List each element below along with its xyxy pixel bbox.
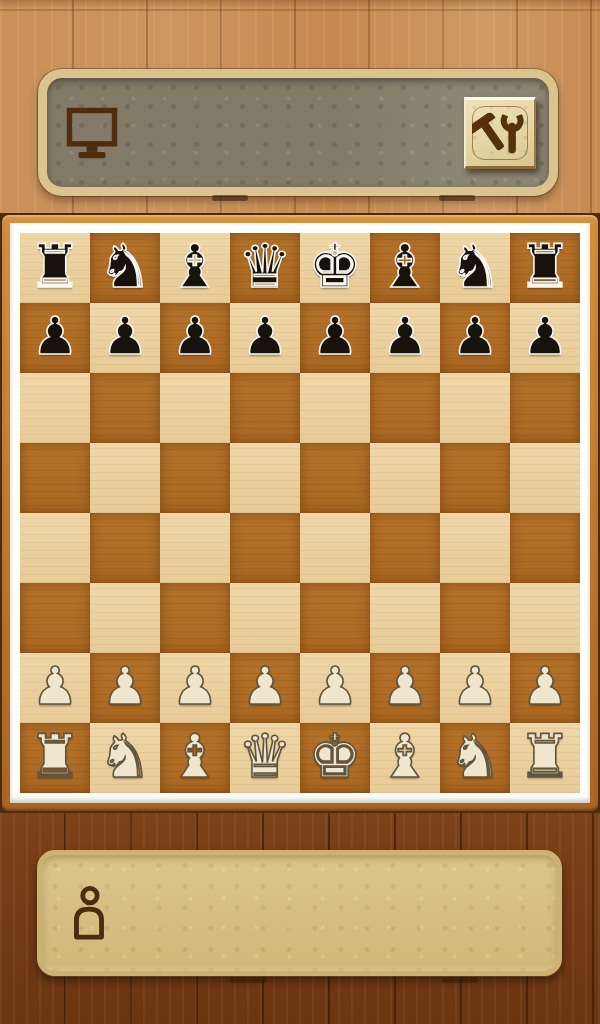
- white-pawn: ♟: [452, 660, 499, 712]
- square-b5[interactable]: [90, 443, 160, 513]
- player-bar: [37, 850, 562, 976]
- square-e8[interactable]: ♚: [300, 233, 370, 303]
- square-e4[interactable]: [300, 513, 370, 583]
- square-e5[interactable]: [300, 443, 370, 513]
- square-h3[interactable]: [510, 583, 580, 653]
- black-pawn: ♟: [382, 310, 429, 362]
- square-c1[interactable]: ♝: [160, 723, 230, 793]
- square-d1[interactable]: ♛: [230, 723, 300, 793]
- white-queen: ♛: [238, 726, 292, 786]
- square-f6[interactable]: [370, 373, 440, 443]
- square-h7[interactable]: ♟: [510, 303, 580, 373]
- square-f8[interactable]: ♝: [370, 233, 440, 303]
- black-pawn: ♟: [32, 310, 79, 362]
- square-d4[interactable]: [230, 513, 300, 583]
- white-pawn: ♟: [382, 660, 429, 712]
- square-g8[interactable]: ♞: [440, 233, 510, 303]
- square-a6[interactable]: [20, 373, 90, 443]
- black-pawn: ♟: [452, 310, 499, 362]
- black-knight: ♞: [98, 236, 152, 296]
- bottom-wood-background: [0, 813, 600, 1024]
- panel-tab: [212, 195, 248, 201]
- square-d5[interactable]: [230, 443, 300, 513]
- board-frame: ♜♞♝♛♚♝♞♜♟♟♟♟♟♟♟♟♟♟♟♟♟♟♟♟♜♞♝♛♚♝♞♜: [2, 215, 598, 811]
- white-rook: ♜: [518, 726, 572, 786]
- square-f5[interactable]: [370, 443, 440, 513]
- square-b6[interactable]: [90, 373, 160, 443]
- top-wood-background: [0, 0, 600, 213]
- square-a8[interactable]: ♜: [20, 233, 90, 303]
- square-h4[interactable]: [510, 513, 580, 583]
- square-b4[interactable]: [90, 513, 160, 583]
- square-g4[interactable]: [440, 513, 510, 583]
- square-b8[interactable]: ♞: [90, 233, 160, 303]
- square-c4[interactable]: [160, 513, 230, 583]
- square-f2[interactable]: ♟: [370, 653, 440, 723]
- square-d3[interactable]: [230, 583, 300, 653]
- square-b1[interactable]: ♞: [90, 723, 160, 793]
- computer-monitor-icon: [65, 104, 119, 162]
- square-e7[interactable]: ♟: [300, 303, 370, 373]
- square-d8[interactable]: ♛: [230, 233, 300, 303]
- hammer-wrench-icon: [466, 100, 534, 166]
- white-pawn: ♟: [102, 660, 149, 712]
- square-a5[interactable]: [20, 443, 90, 513]
- black-knight: ♞: [448, 236, 502, 296]
- square-d7[interactable]: ♟: [230, 303, 300, 373]
- square-e3[interactable]: [300, 583, 370, 653]
- black-pawn: ♟: [102, 310, 149, 362]
- square-h6[interactable]: [510, 373, 580, 443]
- black-queen: ♛: [238, 236, 292, 296]
- white-pawn: ♟: [522, 660, 569, 712]
- square-c2[interactable]: ♟: [160, 653, 230, 723]
- square-d6[interactable]: [230, 373, 300, 443]
- black-rook: ♜: [518, 236, 572, 296]
- square-h5[interactable]: [510, 443, 580, 513]
- square-a4[interactable]: [20, 513, 90, 583]
- square-a7[interactable]: ♟: [20, 303, 90, 373]
- white-pawn: ♟: [32, 660, 79, 712]
- square-f7[interactable]: ♟: [370, 303, 440, 373]
- square-c8[interactable]: ♝: [160, 233, 230, 303]
- black-pawn: ♟: [312, 310, 359, 362]
- black-pawn: ♟: [242, 310, 289, 362]
- square-g5[interactable]: [440, 443, 510, 513]
- square-c6[interactable]: [160, 373, 230, 443]
- square-g6[interactable]: [440, 373, 510, 443]
- square-g2[interactable]: ♟: [440, 653, 510, 723]
- black-pawn: ♟: [522, 310, 569, 362]
- square-a3[interactable]: [20, 583, 90, 653]
- panel-tab: [230, 977, 266, 983]
- white-pawn: ♟: [312, 660, 359, 712]
- black-pawn: ♟: [172, 310, 219, 362]
- square-e6[interactable]: [300, 373, 370, 443]
- opponent-bar: [38, 69, 558, 196]
- square-e2[interactable]: ♟: [300, 653, 370, 723]
- panel-tab: [442, 977, 478, 983]
- black-rook: ♜: [28, 236, 82, 296]
- square-f3[interactable]: [370, 583, 440, 653]
- square-a2[interactable]: ♟: [20, 653, 90, 723]
- square-c7[interactable]: ♟: [160, 303, 230, 373]
- person-icon: [70, 886, 108, 940]
- square-a1[interactable]: ♜: [20, 723, 90, 793]
- square-b7[interactable]: ♟: [90, 303, 160, 373]
- chess-board: ♜♞♝♛♚♝♞♜♟♟♟♟♟♟♟♟♟♟♟♟♟♟♟♟♜♞♝♛♚♝♞♜: [20, 233, 580, 793]
- white-knight: ♞: [98, 726, 152, 786]
- white-knight: ♞: [448, 726, 502, 786]
- black-bishop: ♝: [168, 236, 222, 296]
- square-c5[interactable]: [160, 443, 230, 513]
- square-g3[interactable]: [440, 583, 510, 653]
- square-f4[interactable]: [370, 513, 440, 583]
- white-king: ♚: [308, 726, 362, 786]
- square-g7[interactable]: ♟: [440, 303, 510, 373]
- square-b3[interactable]: [90, 583, 160, 653]
- square-h2[interactable]: ♟: [510, 653, 580, 723]
- black-king: ♚: [308, 236, 362, 296]
- black-bishop: ♝: [378, 236, 432, 296]
- board-border: ♜♞♝♛♚♝♞♜♟♟♟♟♟♟♟♟♟♟♟♟♟♟♟♟♜♞♝♛♚♝♞♜: [10, 223, 590, 803]
- white-bishop: ♝: [168, 726, 222, 786]
- square-f1[interactable]: ♝: [370, 723, 440, 793]
- square-c3[interactable]: [160, 583, 230, 653]
- square-h8[interactable]: ♜: [510, 233, 580, 303]
- white-pawn: ♟: [172, 660, 219, 712]
- settings-button[interactable]: [464, 97, 536, 169]
- panel-tab: [439, 195, 475, 201]
- white-bishop: ♝: [378, 726, 432, 786]
- board-section: ♜♞♝♛♚♝♞♜♟♟♟♟♟♟♟♟♟♟♟♟♟♟♟♟♜♞♝♛♚♝♞♜: [0, 213, 600, 813]
- square-e1[interactable]: ♚: [300, 723, 370, 793]
- square-h1[interactable]: ♜: [510, 723, 580, 793]
- white-rook: ♜: [28, 726, 82, 786]
- square-d2[interactable]: ♟: [230, 653, 300, 723]
- square-g1[interactable]: ♞: [440, 723, 510, 793]
- white-pawn: ♟: [242, 660, 289, 712]
- square-b2[interactable]: ♟: [90, 653, 160, 723]
